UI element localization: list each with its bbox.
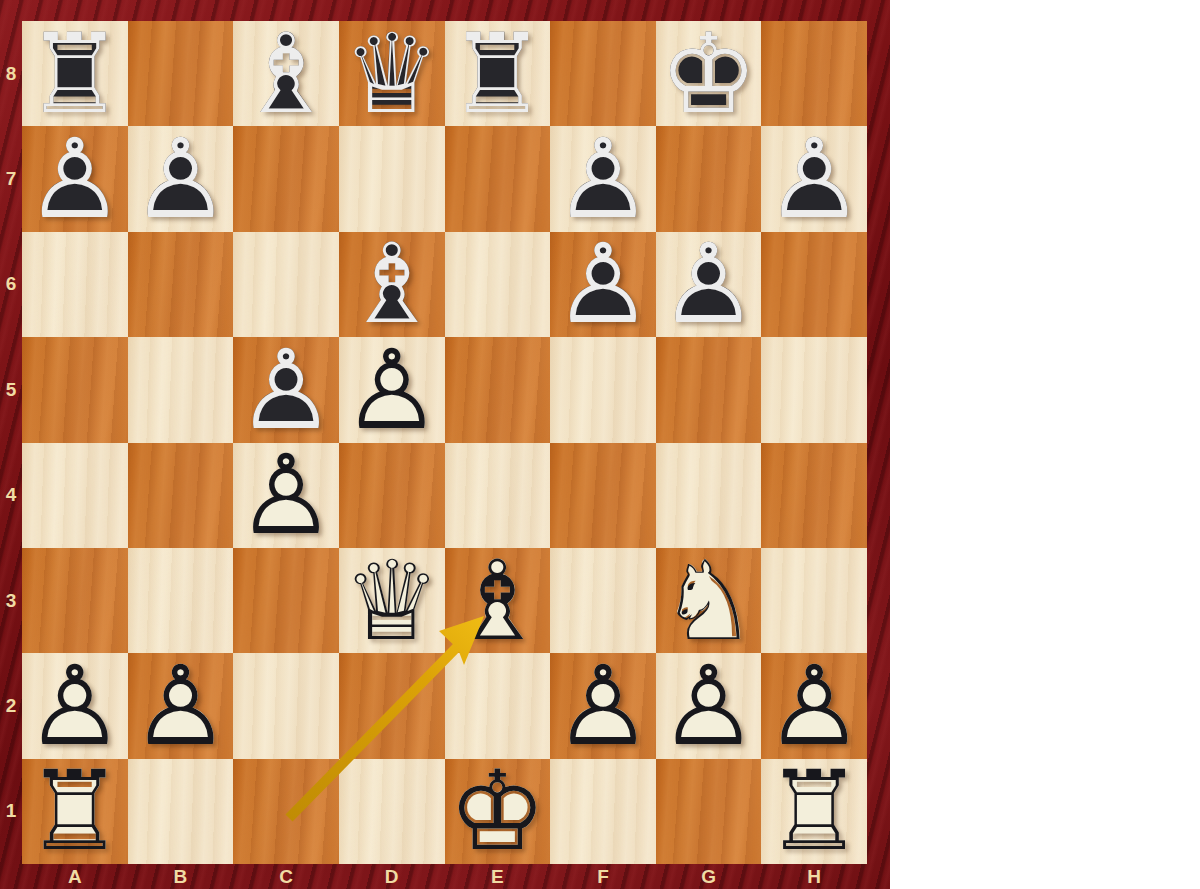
square-b3[interactable] xyxy=(128,548,234,653)
square-f3[interactable] xyxy=(550,548,656,653)
square-c8[interactable]: ♝♗ xyxy=(233,21,339,126)
square-a2[interactable]: ♟♙ xyxy=(22,653,128,758)
square-f6[interactable]: ♟♙ xyxy=(550,232,656,337)
square-b8[interactable] xyxy=(128,21,234,126)
square-g7[interactable] xyxy=(656,126,762,231)
square-c6[interactable] xyxy=(233,232,339,337)
square-h3[interactable] xyxy=(761,548,867,653)
square-h4[interactable] xyxy=(761,443,867,548)
file-label-g: G xyxy=(656,864,762,889)
square-f5[interactable] xyxy=(550,337,656,442)
square-c7[interactable] xyxy=(233,126,339,231)
square-g6[interactable]: ♟♙ xyxy=(656,232,762,337)
square-g2[interactable]: ♟♙ xyxy=(656,653,762,758)
square-c3[interactable] xyxy=(233,548,339,653)
square-h8[interactable] xyxy=(761,21,867,126)
black-pawn: ♟♙ xyxy=(233,337,339,442)
square-c2[interactable] xyxy=(233,653,339,758)
file-label-f: F xyxy=(550,864,656,889)
square-b7[interactable]: ♟♙ xyxy=(128,126,234,231)
square-f1[interactable] xyxy=(550,759,656,864)
square-g4[interactable] xyxy=(656,443,762,548)
square-h2[interactable]: ♟♙ xyxy=(761,653,867,758)
square-f7[interactable]: ♟♙ xyxy=(550,126,656,231)
square-d2[interactable] xyxy=(339,653,445,758)
square-a1[interactable]: ♜♖ xyxy=(22,759,128,864)
board-squares: ♜♖♝♗♛♕♜♖♚♔♟♙♟♙♟♙♟♙♝♗♟♙♟♙♟♙♟♙♟♙♛♕♝♗♞♘♟♙♟♙… xyxy=(22,21,867,864)
white-rook: ♜♖ xyxy=(761,759,867,864)
white-pawn: ♟♙ xyxy=(339,337,445,442)
square-e8[interactable]: ♜♖ xyxy=(445,21,551,126)
white-pawn: ♟♙ xyxy=(550,653,656,758)
file-label-b: B xyxy=(128,864,234,889)
file-label-a: A xyxy=(22,864,128,889)
black-queen: ♛♕ xyxy=(339,21,445,126)
white-rook: ♜♖ xyxy=(22,759,128,864)
white-bishop: ♝♗ xyxy=(445,548,551,653)
square-h1[interactable]: ♜♖ xyxy=(761,759,867,864)
file-labels: ABCDEFGH xyxy=(22,864,867,889)
white-pawn: ♟♙ xyxy=(233,443,339,548)
rank-label-8: 8 xyxy=(0,21,22,126)
black-rook: ♜♖ xyxy=(22,21,128,126)
black-pawn: ♟♙ xyxy=(761,126,867,231)
white-queen: ♛♕ xyxy=(339,548,445,653)
white-pawn: ♟♙ xyxy=(22,653,128,758)
square-f4[interactable] xyxy=(550,443,656,548)
square-c4[interactable]: ♟♙ xyxy=(233,443,339,548)
black-pawn: ♟♙ xyxy=(22,126,128,231)
black-pawn: ♟♙ xyxy=(550,126,656,231)
white-king: ♚♔ xyxy=(445,759,551,864)
black-king: ♚♔ xyxy=(656,21,762,126)
square-a3[interactable] xyxy=(22,548,128,653)
square-b1[interactable] xyxy=(128,759,234,864)
file-label-d: D xyxy=(339,864,445,889)
square-b5[interactable] xyxy=(128,337,234,442)
black-bishop: ♝♗ xyxy=(339,232,445,337)
square-f2[interactable]: ♟♙ xyxy=(550,653,656,758)
square-g8[interactable]: ♚♔ xyxy=(656,21,762,126)
square-g5[interactable] xyxy=(656,337,762,442)
square-b4[interactable] xyxy=(128,443,234,548)
square-g3[interactable]: ♞♘ xyxy=(656,548,762,653)
rank-label-5: 5 xyxy=(0,337,22,442)
black-pawn: ♟♙ xyxy=(550,232,656,337)
square-c5[interactable]: ♟♙ xyxy=(233,337,339,442)
square-d5[interactable]: ♟♙ xyxy=(339,337,445,442)
black-bishop: ♝♗ xyxy=(233,21,339,126)
square-e1[interactable]: ♚♔ xyxy=(445,759,551,864)
square-b2[interactable]: ♟♙ xyxy=(128,653,234,758)
square-d8[interactable]: ♛♕ xyxy=(339,21,445,126)
square-e4[interactable] xyxy=(445,443,551,548)
square-a6[interactable] xyxy=(22,232,128,337)
rank-label-6: 6 xyxy=(0,232,22,337)
square-d1[interactable] xyxy=(339,759,445,864)
rank-label-4: 4 xyxy=(0,443,22,548)
black-pawn: ♟♙ xyxy=(656,232,762,337)
square-e6[interactable] xyxy=(445,232,551,337)
square-h7[interactable]: ♟♙ xyxy=(761,126,867,231)
square-d7[interactable] xyxy=(339,126,445,231)
white-pawn: ♟♙ xyxy=(761,653,867,758)
square-g1[interactable] xyxy=(656,759,762,864)
square-e3[interactable]: ♝♗ xyxy=(445,548,551,653)
square-h5[interactable] xyxy=(761,337,867,442)
rank-labels: 87654321 xyxy=(0,21,22,864)
file-label-h: H xyxy=(761,864,867,889)
square-a4[interactable] xyxy=(22,443,128,548)
white-knight: ♞♘ xyxy=(656,548,762,653)
square-e5[interactable] xyxy=(445,337,551,442)
white-pawn: ♟♙ xyxy=(128,653,234,758)
file-label-c: C xyxy=(233,864,339,889)
square-e7[interactable] xyxy=(445,126,551,231)
square-h6[interactable] xyxy=(761,232,867,337)
chess-board: 87654321 ABCDEFGH ♜♖♝♗♛♕♜♖♚♔♟♙♟♙♟♙♟♙♝♗♟♙… xyxy=(0,0,890,889)
square-d6[interactable]: ♝♗ xyxy=(339,232,445,337)
square-a5[interactable] xyxy=(22,337,128,442)
rank-label-3: 3 xyxy=(0,548,22,653)
square-a8[interactable]: ♜♖ xyxy=(22,21,128,126)
square-f8[interactable] xyxy=(550,21,656,126)
rank-label-1: 1 xyxy=(0,759,22,864)
square-b6[interactable] xyxy=(128,232,234,337)
square-c1[interactable] xyxy=(233,759,339,864)
rank-label-7: 7 xyxy=(0,126,22,231)
square-d4[interactable] xyxy=(339,443,445,548)
square-e2[interactable] xyxy=(445,653,551,758)
file-label-e: E xyxy=(445,864,551,889)
black-pawn: ♟♙ xyxy=(128,126,234,231)
square-a7[interactable]: ♟♙ xyxy=(22,126,128,231)
square-d3[interactable]: ♛♕ xyxy=(339,548,445,653)
black-rook: ♜♖ xyxy=(445,21,551,126)
rank-label-2: 2 xyxy=(0,653,22,758)
white-pawn: ♟♙ xyxy=(656,653,762,758)
